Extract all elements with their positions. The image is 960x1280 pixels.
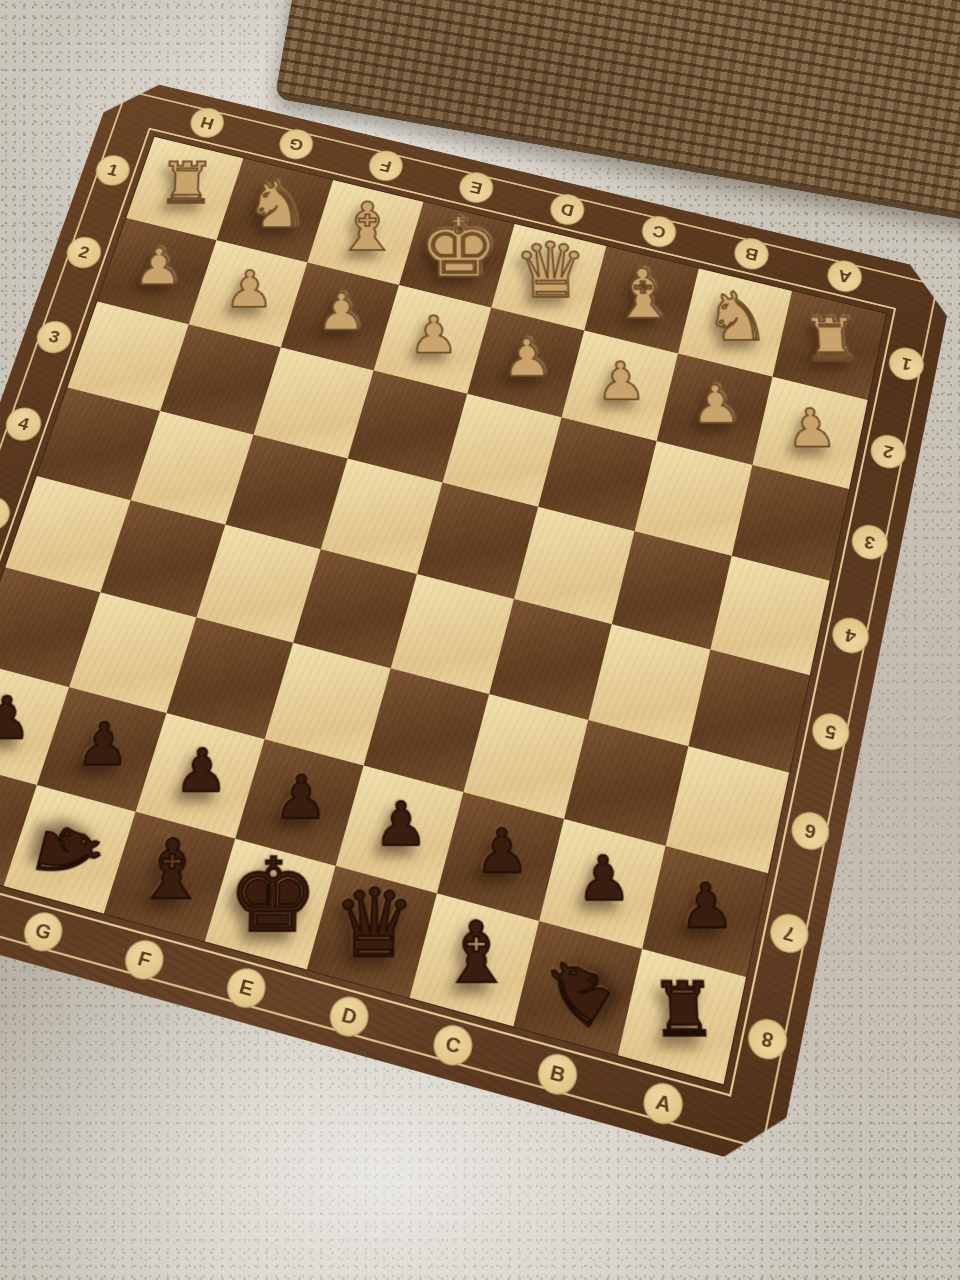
white-king-e1: ♚ (418, 207, 500, 290)
black-pawn-e7: ♟ (273, 767, 328, 827)
white-pawn-g2: ♟ (224, 264, 275, 315)
white-bishop-f1: ♝ (334, 194, 401, 261)
scene: ♜♞♝♚♛♝♞♜♟♟♟♟♟♟♟♟♟♟♟♟♟♟♟♟♜♞♝♚♛♝♞♜ HGFEDCB… (0, 0, 960, 1280)
white-bishop-c1: ♝ (609, 260, 678, 328)
black-king-e8: ♚ (226, 845, 319, 947)
black-knight-fallen-g8: ♞ (21, 809, 116, 895)
white-pawn-a2: ♟ (784, 402, 838, 455)
white-rook-h1: ♜ (157, 155, 216, 212)
chess-board: ♜♞♝♚♛♝♞♜♟♟♟♟♟♟♟♟♟♟♟♟♟♟♟♟♜♞♝♚♛♝♞♜ HGFEDCB… (0, 75, 955, 1172)
white-pawn-d2: ♟ (502, 332, 553, 384)
black-pawn-h7: ♟ (0, 689, 34, 747)
black-pawn-d7: ♟ (374, 794, 428, 854)
white-pawn-b2: ♟ (689, 378, 742, 431)
white-pawn-h2: ♟ (133, 242, 185, 292)
black-bishop-f8: ♝ (133, 829, 209, 911)
black-pawn-b7: ♟ (576, 848, 632, 909)
white-pawn-e2: ♟ (409, 309, 459, 360)
black-pawn-a7: ♟ (678, 875, 736, 937)
white-queen-d1: ♛ (513, 233, 590, 309)
black-rook-a8: ♜ (650, 973, 718, 1048)
black-pawn-g7: ♟ (75, 715, 131, 774)
black-bishop-c8: ♝ (439, 911, 514, 996)
black-knight-fallen-b8: ♞ (524, 937, 631, 1045)
black-rook-h8: ♜ (0, 781, 7, 852)
white-rook-a1: ♜ (799, 310, 862, 370)
black-queen-d8: ♛ (332, 877, 416, 972)
white-pawn-c2: ♟ (595, 355, 647, 407)
black-pawn-c7: ♟ (475, 821, 530, 882)
white-knight-b1: ♞ (702, 284, 771, 351)
black-pawn-f7: ♟ (174, 741, 230, 800)
white-pawn-f2: ♟ (316, 287, 366, 338)
white-knight-g1: ♞ (244, 173, 310, 237)
